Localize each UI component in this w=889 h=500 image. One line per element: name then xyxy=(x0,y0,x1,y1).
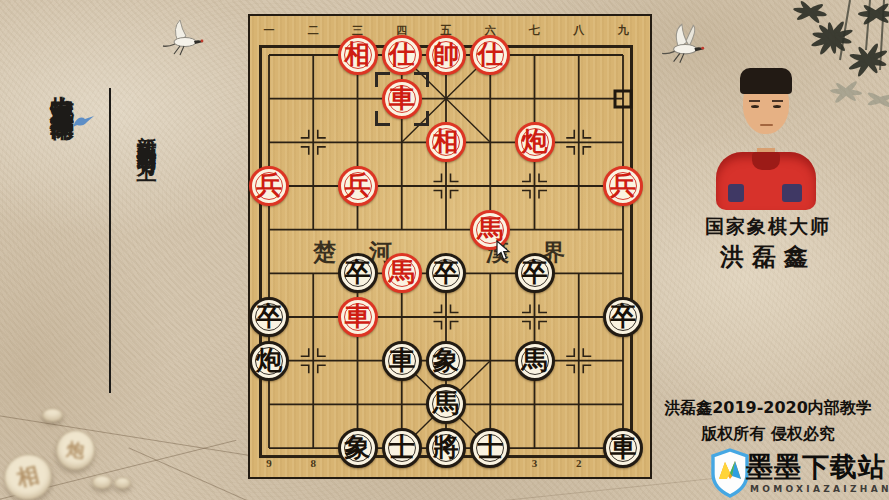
bottom-file-label: 9 xyxy=(266,457,272,469)
piece-inner-ring xyxy=(344,303,372,331)
piece-inner-ring xyxy=(521,128,549,156)
blurred-piece-xiang: 相 xyxy=(0,449,57,500)
piece-inner-ring xyxy=(476,41,504,69)
piece-black-卒[interactable]: 卒 xyxy=(426,253,466,293)
piece-inner-ring xyxy=(432,259,460,287)
piece-black-士[interactable]: 士 xyxy=(382,428,422,468)
piece-inner-ring xyxy=(388,347,416,375)
piece-inner-ring xyxy=(432,128,460,156)
piece-inner-ring xyxy=(609,434,637,462)
top-file-label: 二 xyxy=(308,23,319,38)
selected-piece-brackets xyxy=(375,72,429,126)
piece-black-將[interactable]: 將 xyxy=(426,428,466,468)
piece-inner-ring xyxy=(432,434,460,462)
piece-inner-ring xyxy=(476,434,504,462)
piece-black-卒[interactable]: 卒 xyxy=(338,253,378,293)
portrait-hair xyxy=(740,68,792,94)
copyright-text: 版权所有 侵权必究 xyxy=(648,424,888,445)
piece-red-相[interactable]: 相 xyxy=(338,35,378,75)
site-romanized-text: MOMOXIAZAIZHAN xyxy=(750,484,889,494)
background-table-line xyxy=(0,414,268,459)
blue-bird-icon xyxy=(73,113,95,129)
piece-inner-ring xyxy=(432,390,460,418)
piece-red-車[interactable]: 車 xyxy=(338,297,378,337)
piece-red-仕[interactable]: 仕 xyxy=(382,35,422,75)
bottom-file-label: 8 xyxy=(311,457,317,469)
piece-black-馬[interactable]: 馬 xyxy=(426,384,466,424)
xiangqi-board[interactable]: 一二三四五六七八九 987654321 楚河 漢界 相仕帥仕車相炮兵兵兵馬馬車卒… xyxy=(248,14,652,479)
last-move-from-marker xyxy=(614,89,633,108)
piece-inner-ring xyxy=(255,303,283,331)
piece-inner-ring xyxy=(344,434,372,462)
blurred-piece-blank xyxy=(42,408,63,422)
master-name-text: 洪磊鑫 xyxy=(650,241,886,273)
piece-inner-ring xyxy=(521,259,549,287)
portrait-brow xyxy=(749,100,760,102)
piece-inner-ring xyxy=(388,259,416,287)
piece-black-車[interactable]: 車 xyxy=(603,428,643,468)
piece-inner-ring xyxy=(344,259,372,287)
page-subtitle: 新式攻法刚劲有力（上） xyxy=(134,120,161,153)
piece-red-仕[interactable]: 仕 xyxy=(470,35,510,75)
piece-black-炮[interactable]: 炮 xyxy=(249,341,289,381)
portrait-eye xyxy=(751,105,759,108)
top-file-label: 七 xyxy=(529,23,540,38)
top-file-label: 八 xyxy=(573,23,584,38)
course-info-text: 洪磊鑫2019-2020内部教学 xyxy=(648,398,888,419)
piece-inner-ring xyxy=(388,434,416,462)
piece-black-車[interactable]: 車 xyxy=(382,341,422,381)
piece-inner-ring xyxy=(344,41,372,69)
piece-red-帥[interactable]: 帥 xyxy=(426,35,466,75)
page-title: 中炮过河车对屏风马高车保马 xyxy=(46,76,78,102)
piece-red-相[interactable]: 相 xyxy=(426,122,466,162)
portrait-brow xyxy=(772,100,783,102)
crane-icon xyxy=(658,20,710,68)
piece-black-象[interactable]: 象 xyxy=(338,428,378,468)
piece-inner-ring xyxy=(344,172,372,200)
piece-black-卒[interactable]: 卒 xyxy=(515,253,555,293)
bottom-file-label: 3 xyxy=(532,457,538,469)
piece-black-士[interactable]: 士 xyxy=(470,428,510,468)
title-divider-line xyxy=(109,88,111,393)
site-logo[interactable]: 墨墨下载站 MOMOXIAZAIZHAN xyxy=(702,447,888,497)
logo-shield-icon xyxy=(710,448,750,498)
blurred-piece-blank xyxy=(114,477,131,489)
piece-black-馬[interactable]: 馬 xyxy=(515,341,555,381)
crane-icon xyxy=(158,16,208,60)
bottom-file-label: 2 xyxy=(576,457,582,469)
thumbnail-canvas: 相 炮 中炮过河车对屏风马高车保马 新式攻法刚劲有力（上） 一二三四五六七八九 … xyxy=(0,0,889,500)
piece-black-卒[interactable]: 卒 xyxy=(603,297,643,337)
site-name-text: 墨墨下载站 xyxy=(746,449,886,485)
piece-inner-ring xyxy=(609,172,637,200)
piece-red-馬[interactable]: 馬 xyxy=(382,253,422,293)
shirt-print-left xyxy=(728,184,744,202)
piece-inner-ring xyxy=(255,172,283,200)
piece-inner-ring xyxy=(432,347,460,375)
shirt-collar xyxy=(752,152,780,170)
piece-black-象[interactable]: 象 xyxy=(426,341,466,381)
piece-inner-ring xyxy=(609,303,637,331)
piece-red-馬[interactable]: 馬 xyxy=(470,210,510,250)
piece-red-兵[interactable]: 兵 xyxy=(603,166,643,206)
piece-red-兵[interactable]: 兵 xyxy=(338,166,378,206)
piece-inner-ring xyxy=(388,41,416,69)
portrait-mouth xyxy=(760,124,773,126)
piece-red-炮[interactable]: 炮 xyxy=(515,122,555,162)
piece-inner-ring xyxy=(476,216,504,244)
piece-red-兵[interactable]: 兵 xyxy=(249,166,289,206)
piece-inner-ring xyxy=(255,347,283,375)
blurred-piece-pao: 炮 xyxy=(53,427,98,473)
blurred-piece-blank xyxy=(92,475,112,489)
top-file-label: 一 xyxy=(264,23,275,38)
master-portrait-photo xyxy=(716,68,816,210)
piece-inner-ring xyxy=(521,347,549,375)
piece-inner-ring xyxy=(432,41,460,69)
top-file-label: 九 xyxy=(618,23,629,38)
shirt-print-right xyxy=(782,184,802,202)
master-title-text: 国家象棋大师 xyxy=(650,214,886,240)
portrait-eye xyxy=(773,105,781,108)
piece-black-卒[interactable]: 卒 xyxy=(249,297,289,337)
